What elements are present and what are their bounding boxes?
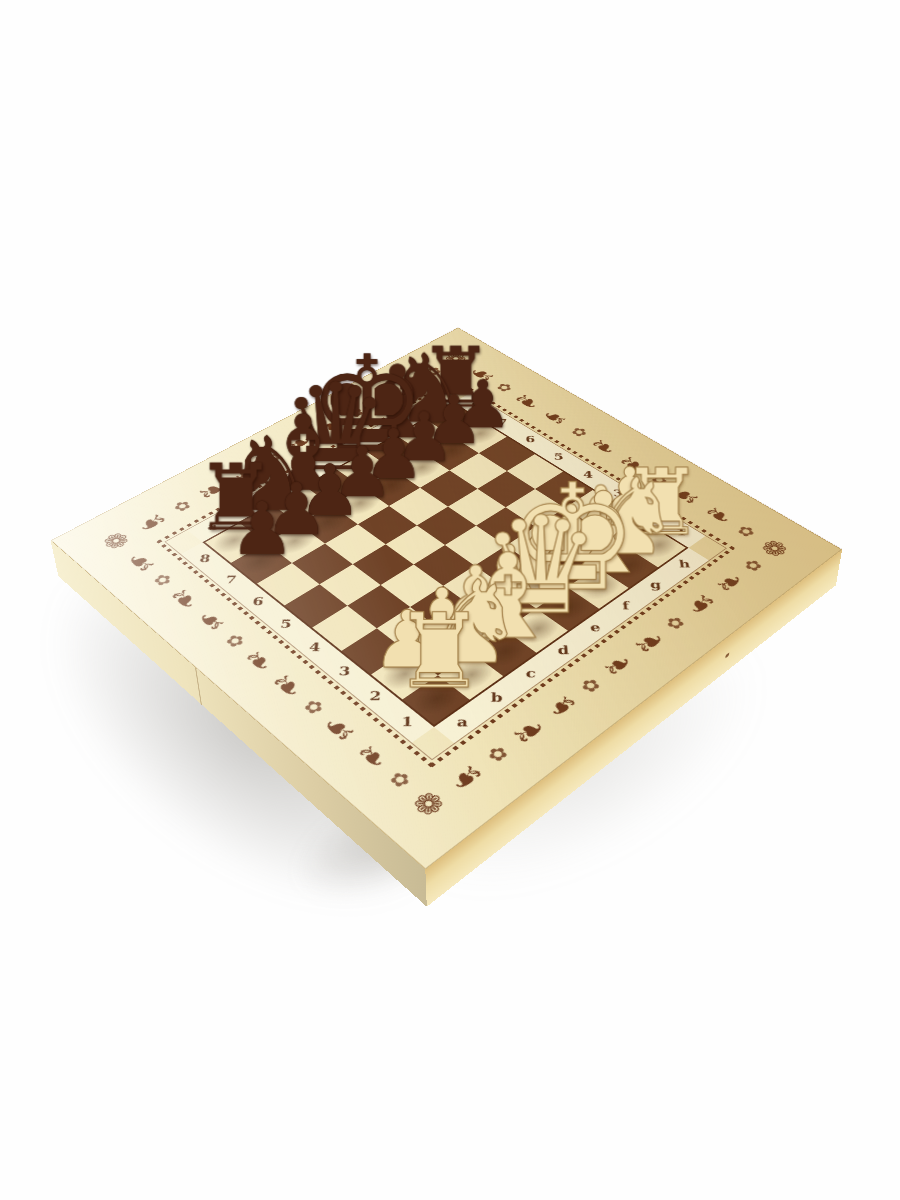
floral-scroll-icon: ✿ [221, 631, 249, 651]
piece-black-pawn-a7[interactable]: ♟ [229, 492, 295, 565]
rank-label-text: 6 [251, 595, 264, 608]
floral-scroll-icon: ❧ [346, 737, 398, 776]
floral-scroll-icon: ☙ [314, 710, 366, 749]
piece-white-rook-a1[interactable]: ♜ [393, 601, 485, 704]
file-label-text: c [526, 666, 536, 680]
floral-scroll-icon: ✿ [170, 498, 195, 514]
floral-scroll-icon: ❧ [188, 605, 235, 637]
perspective-scene: ☙✿☙❧✿❧☙✿☙❧✿ ☙✿☙❧✿❧☙✿☙❧✿ ☙✿☙❧✿❧☙✿☙❧✿ ☙✿☙❧… [165, 265, 725, 825]
rank-label-text: 2 [368, 689, 381, 704]
side-pin-knot [725, 652, 730, 659]
rank-label-text: 1 [400, 714, 413, 729]
chess-box: ☙✿☙❧✿❧☙✿☙❧✿ ☙✿☙❧✿❧☙✿☙❧✿ ☙✿☙❧✿❧☙✿☙❧✿ ☙✿☙❧… [51, 328, 843, 870]
floral-scroll-icon: ✿ [299, 696, 328, 718]
product-photo-stage: ☙✿☙❧✿❧☙✿☙❧✿ ☙✿☙❧✿❧☙✿☙❧✿ ☙✿☙❧✿❧☙✿☙❧✿ ☙✿☙❧… [0, 0, 900, 1200]
